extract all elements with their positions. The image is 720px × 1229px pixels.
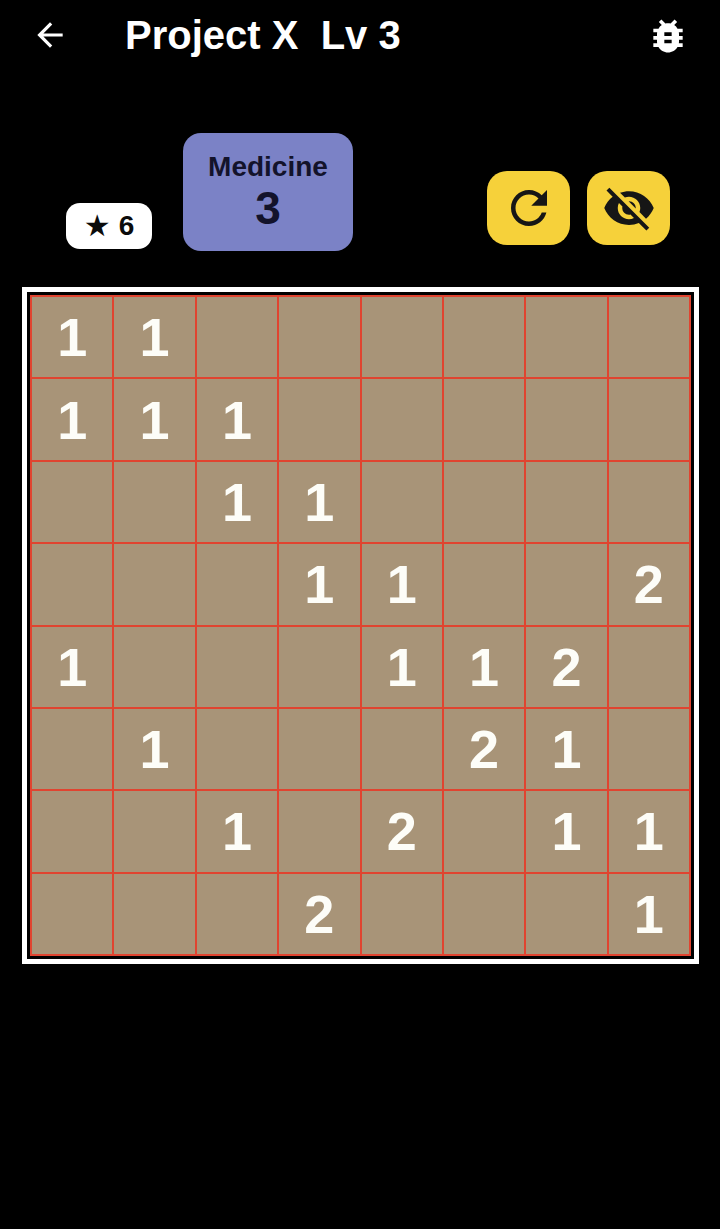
cell-r3c4[interactable]: 1 — [279, 462, 359, 542]
cell-r2c5[interactable] — [362, 379, 442, 459]
cell-r6c7[interactable]: 1 — [526, 709, 606, 789]
cell-r5c5[interactable]: 1 — [362, 627, 442, 707]
cell-r4c5[interactable]: 1 — [362, 544, 442, 624]
cell-r1c6[interactable] — [444, 297, 524, 377]
eye-off-icon — [602, 181, 656, 235]
cell-r3c2[interactable] — [114, 462, 194, 542]
cell-r6c6[interactable]: 2 — [444, 709, 524, 789]
cell-r7c5[interactable]: 2 — [362, 791, 442, 871]
cell-r2c4[interactable] — [279, 379, 359, 459]
cell-r4c2[interactable] — [114, 544, 194, 624]
cell-r7c2[interactable] — [114, 791, 194, 871]
cell-r5c7[interactable]: 2 — [526, 627, 606, 707]
cell-r2c6[interactable] — [444, 379, 524, 459]
cell-r6c1[interactable] — [32, 709, 112, 789]
cell-r2c8[interactable] — [609, 379, 689, 459]
cell-r5c1[interactable]: 1 — [32, 627, 112, 707]
cell-r7c4[interactable] — [279, 791, 359, 871]
cell-r5c3[interactable] — [197, 627, 277, 707]
cell-r6c2[interactable]: 1 — [114, 709, 194, 789]
restart-button[interactable] — [487, 171, 570, 245]
cell-r7c8[interactable]: 1 — [609, 791, 689, 871]
cell-r3c5[interactable] — [362, 462, 442, 542]
cell-r1c8[interactable] — [609, 297, 689, 377]
star-icon: ★ — [84, 211, 111, 241]
back-button[interactable] — [28, 13, 72, 57]
cell-r2c1[interactable]: 1 — [32, 379, 112, 459]
page-title: Project X Lv 3 — [125, 0, 401, 70]
cell-r3c6[interactable] — [444, 462, 524, 542]
bug-icon — [646, 14, 690, 58]
cell-r4c6[interactable] — [444, 544, 524, 624]
cell-r4c7[interactable] — [526, 544, 606, 624]
cell-r3c1[interactable] — [32, 462, 112, 542]
cell-r6c4[interactable] — [279, 709, 359, 789]
cell-r6c8[interactable] — [609, 709, 689, 789]
app-bar: Project X Lv 3 — [0, 0, 720, 70]
cell-r8c8[interactable]: 1 — [609, 874, 689, 954]
cell-r8c4[interactable]: 2 — [279, 874, 359, 954]
hide-hints-button[interactable] — [587, 171, 670, 245]
cell-r5c6[interactable]: 1 — [444, 627, 524, 707]
cell-r1c7[interactable] — [526, 297, 606, 377]
star-count: 6 — [119, 210, 135, 242]
cell-r1c1[interactable]: 1 — [32, 297, 112, 377]
cell-r2c2[interactable]: 1 — [114, 379, 194, 459]
cell-r8c6[interactable] — [444, 874, 524, 954]
cell-r7c7[interactable]: 1 — [526, 791, 606, 871]
bug-report-button[interactable] — [642, 10, 694, 62]
cell-r5c2[interactable] — [114, 627, 194, 707]
cell-r3c7[interactable] — [526, 462, 606, 542]
cell-r4c8[interactable]: 2 — [609, 544, 689, 624]
star-counter-badge: ★ 6 — [66, 203, 152, 249]
cell-r1c5[interactable] — [362, 297, 442, 377]
cell-r7c1[interactable] — [32, 791, 112, 871]
cell-r1c4[interactable] — [279, 297, 359, 377]
game-board: 11111111121112121121121 — [22, 287, 699, 964]
cell-r4c4[interactable]: 1 — [279, 544, 359, 624]
cell-r5c4[interactable] — [279, 627, 359, 707]
cell-r1c3[interactable] — [197, 297, 277, 377]
cell-r8c7[interactable] — [526, 874, 606, 954]
cell-r1c2[interactable]: 1 — [114, 297, 194, 377]
medicine-label: Medicine — [208, 151, 328, 183]
cell-r2c3[interactable]: 1 — [197, 379, 277, 459]
board-grid: 11111111121112121121121 — [30, 295, 691, 956]
medicine-count: 3 — [255, 183, 281, 234]
cell-r6c5[interactable] — [362, 709, 442, 789]
cell-r8c3[interactable] — [197, 874, 277, 954]
cell-r6c3[interactable] — [197, 709, 277, 789]
cell-r2c7[interactable] — [526, 379, 606, 459]
cell-r5c8[interactable] — [609, 627, 689, 707]
cell-r4c3[interactable] — [197, 544, 277, 624]
cell-r8c1[interactable] — [32, 874, 112, 954]
arrow-back-icon — [31, 16, 69, 54]
refresh-icon — [502, 181, 556, 235]
cell-r3c3[interactable]: 1 — [197, 462, 277, 542]
cell-r8c5[interactable] — [362, 874, 442, 954]
cell-r3c8[interactable] — [609, 462, 689, 542]
cell-r4c1[interactable] — [32, 544, 112, 624]
cell-r7c3[interactable]: 1 — [197, 791, 277, 871]
medicine-button[interactable]: Medicine 3 — [183, 133, 353, 251]
cell-r8c2[interactable] — [114, 874, 194, 954]
cell-r7c6[interactable] — [444, 791, 524, 871]
